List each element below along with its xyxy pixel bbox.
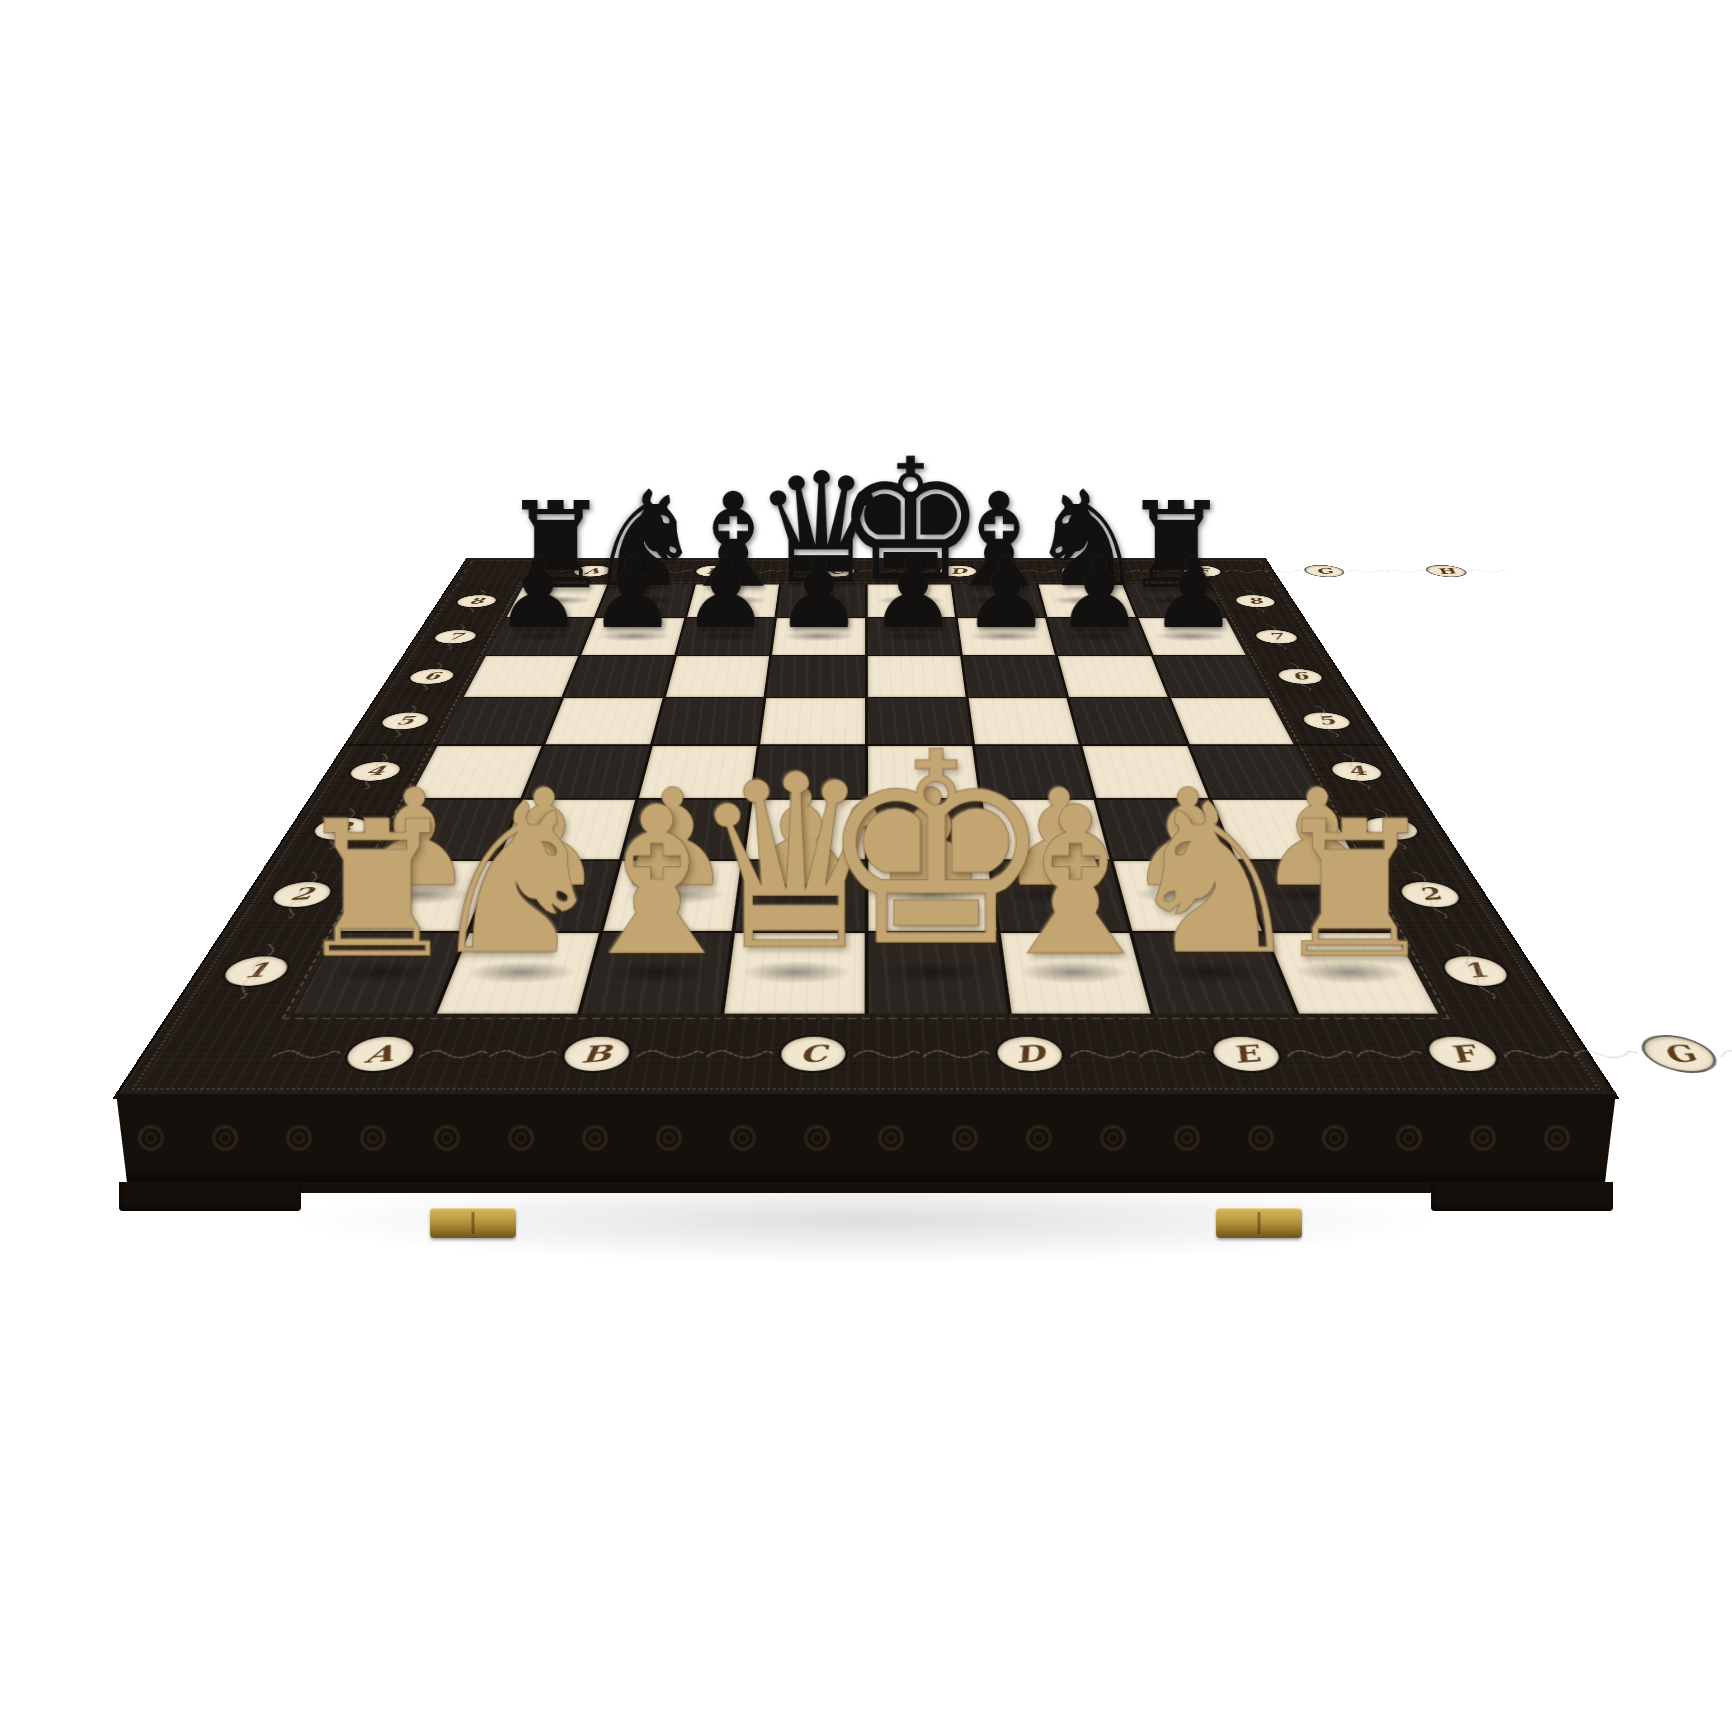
- label-disc: G: [1302, 566, 1346, 577]
- square-b5[interactable]: [546, 698, 663, 744]
- label-disc: C: [818, 566, 854, 577]
- square-h6[interactable]: [1154, 656, 1269, 697]
- square-c2[interactable]: [603, 861, 741, 930]
- etched-scroll-ornament: [1351, 1047, 1427, 1061]
- queen-glyph: ♛: [753, 453, 890, 606]
- etched-scroll-ornament: [980, 569, 1020, 573]
- file-label-front-a: A: [254, 1022, 499, 1087]
- etched-scroll-ornament: [530, 569, 571, 573]
- square-a3[interactable]: [377, 800, 521, 860]
- brass-clasp-left[interactable]: [430, 1208, 516, 1238]
- square-e5[interactable]: [867, 698, 971, 744]
- square-f1[interactable]: [1000, 933, 1151, 1014]
- etched-scroll-ornament: [858, 569, 897, 573]
- file-labels-front: ABCDEFGH: [254, 1022, 1477, 1087]
- rank-label-right-4: 4: [1305, 745, 1411, 799]
- square-b2[interactable]: [471, 861, 618, 930]
- square-c1[interactable]: [581, 933, 732, 1014]
- etched-scroll-ornament: [634, 1047, 706, 1061]
- etched-scroll-ornament: [613, 569, 654, 573]
- square-b6[interactable]: [565, 656, 674, 697]
- square-g5[interactable]: [1070, 698, 1187, 744]
- square-b1[interactable]: [437, 933, 598, 1014]
- square-c4[interactable]: [639, 746, 757, 798]
- square-d4[interactable]: [753, 746, 864, 798]
- etched-scroll-ornament: [417, 1047, 491, 1061]
- board-perspective-scene: ABCDEFGH ABCDEFGH 87654321 87654321 ♜♞♝♛…: [0, 0, 1732, 1732]
- square-b3[interactable]: [499, 800, 635, 860]
- rank-label-right-7: 7: [1235, 618, 1320, 656]
- square-b7[interactable]: [582, 618, 685, 655]
- file-labels-back: ABCDEFGH: [526, 561, 1207, 582]
- square-a8[interactable]: [506, 585, 607, 618]
- file-label-back-d: D: [897, 561, 1022, 582]
- file-label-back-a: A: [526, 561, 657, 582]
- square-a2[interactable]: [338, 861, 495, 930]
- label-disc: A: [572, 566, 613, 577]
- rank-label-right-6: 6: [1256, 656, 1347, 698]
- etched-scroll-ornament: [486, 1047, 560, 1061]
- piece-black-queen-d8[interactable]: ♛: [760, 453, 884, 606]
- square-f3[interactable]: [982, 800, 1110, 860]
- file-label-back-g: G: [1257, 561, 1394, 582]
- file-label-front-d: D: [920, 1022, 1146, 1087]
- label-disc: B: [695, 566, 734, 577]
- file-label-front-f: F: [1340, 1022, 1592, 1087]
- square-e4[interactable]: [868, 746, 979, 798]
- etched-scroll-ornament: [1223, 569, 1265, 573]
- square-d1[interactable]: [724, 933, 864, 1014]
- label-disc: E: [1209, 1037, 1285, 1071]
- etched-scroll-ornament: [1140, 569, 1181, 573]
- square-f6[interactable]: [963, 656, 1067, 697]
- label-disc: 4: [1327, 762, 1386, 781]
- square-a7[interactable]: [486, 618, 593, 655]
- label-disc: C: [780, 1037, 845, 1071]
- etched-scroll-ornament: [1383, 569, 1426, 573]
- rank-label-left-7: 7: [412, 618, 497, 656]
- label-disc: A: [341, 1037, 420, 1071]
- square-g8[interactable]: [1039, 585, 1136, 618]
- rank-label-left-5: 5: [355, 698, 453, 745]
- etched-scroll-ornament: [1136, 1047, 1209, 1061]
- label-disc: D: [996, 1037, 1065, 1071]
- rank-label-right-3: 3: [1335, 799, 1451, 860]
- square-d7[interactable]: [772, 618, 865, 655]
- etched-scroll-ornament: [704, 1047, 775, 1061]
- square-c6[interactable]: [666, 656, 770, 697]
- rank-label-right-8: 8: [1217, 585, 1296, 619]
- file-label-front-e: E: [1130, 1022, 1369, 1087]
- file-label-front-b: B: [477, 1022, 709, 1087]
- etched-scroll-ornament: [1712, 1047, 1732, 1061]
- square-f7[interactable]: [958, 618, 1056, 655]
- file-label-back-h: H: [1377, 561, 1518, 582]
- square-h8[interactable]: [1125, 585, 1226, 618]
- square-g6[interactable]: [1058, 656, 1167, 697]
- label-disc: F: [1181, 566, 1223, 577]
- rank-label-left-6: 6: [385, 656, 476, 698]
- label-disc: 4: [346, 762, 405, 781]
- square-h5[interactable]: [1171, 698, 1294, 744]
- etched-scroll-ornament: [897, 569, 936, 573]
- label-disc: 3: [309, 817, 373, 839]
- etched-scroll-ornament: [736, 569, 776, 573]
- label-disc: 1: [1438, 956, 1515, 985]
- square-f2[interactable]: [991, 861, 1129, 930]
- etched-scroll-ornament: [921, 1047, 991, 1061]
- photo-white-background: ABCDEFGH ABCDEFGH 87654321 87654321 ♜♞♝♛…: [0, 0, 1732, 1732]
- square-f8[interactable]: [953, 585, 1045, 618]
- square-a5[interactable]: [438, 698, 561, 744]
- square-h3[interactable]: [1212, 800, 1356, 860]
- brass-clasp-right[interactable]: [1216, 1208, 1302, 1238]
- label-disc: F: [1422, 1037, 1504, 1071]
- label-disc: E: [1061, 566, 1101, 577]
- square-h4[interactable]: [1190, 746, 1323, 798]
- etched-scroll-ornament: [1566, 1047, 1644, 1061]
- etched-scroll-ornament: [1019, 569, 1059, 573]
- label-disc: B: [560, 1037, 632, 1071]
- square-a4[interactable]: [410, 746, 543, 798]
- label-disc: 2: [1395, 882, 1465, 907]
- file-label-front-c: C: [700, 1022, 923, 1087]
- square-d6[interactable]: [767, 656, 865, 697]
- square-g7[interactable]: [1048, 618, 1151, 655]
- square-e2[interactable]: [868, 861, 997, 930]
- board-foot-right: [1431, 1182, 1613, 1211]
- board-front-edge: [116, 1092, 1616, 1184]
- square-f5[interactable]: [968, 698, 1079, 744]
- square-h7[interactable]: [1138, 618, 1245, 655]
- square-g4[interactable]: [1082, 746, 1207, 798]
- square-d3[interactable]: [745, 800, 864, 860]
- square-f4[interactable]: [975, 746, 1093, 798]
- etched-scroll-ornament: [1344, 569, 1387, 573]
- square-d5[interactable]: [760, 698, 864, 744]
- label-disc: G: [1635, 1037, 1724, 1071]
- rank-label-left-8: 8: [436, 585, 515, 619]
- etched-scroll-ornament: [1466, 569, 1509, 573]
- square-a1[interactable]: [294, 933, 466, 1014]
- square-d2[interactable]: [735, 861, 864, 930]
- square-e3[interactable]: [868, 800, 987, 860]
- square-e7[interactable]: [867, 618, 960, 655]
- square-b4[interactable]: [524, 746, 649, 798]
- square-c3[interactable]: [622, 800, 750, 860]
- etched-scroll-ornament: [653, 569, 693, 573]
- board-bottom-lip: [296, 1182, 1436, 1193]
- label-disc: 2: [267, 882, 337, 907]
- etched-scroll-ornament: [775, 569, 815, 573]
- square-h2[interactable]: [1237, 861, 1394, 930]
- square-c8[interactable]: [687, 585, 779, 618]
- file-label-back-b: B: [650, 561, 777, 582]
- square-c7[interactable]: [677, 618, 775, 655]
- label-disc: 3: [1359, 817, 1423, 839]
- label-disc: D: [940, 566, 978, 577]
- square-e8[interactable]: [867, 585, 955, 618]
- etched-scroll-ornament: [852, 1047, 922, 1061]
- square-h1[interactable]: [1266, 933, 1438, 1014]
- square-a6[interactable]: [464, 656, 579, 697]
- file-label-back-f: F: [1137, 561, 1270, 582]
- file-label-back-c: C: [774, 561, 898, 582]
- square-b8[interactable]: [597, 585, 694, 618]
- etched-scroll-ornament: [1282, 1047, 1357, 1061]
- square-g3[interactable]: [1097, 800, 1233, 860]
- etched-scroll-ornament: [1101, 569, 1142, 573]
- etched-scroll-ornament: [1262, 569, 1304, 573]
- label-disc: H: [1423, 566, 1469, 577]
- rank-label-left-4: 4: [321, 745, 427, 799]
- label-disc: 1: [218, 956, 295, 985]
- board-foot-left: [119, 1182, 301, 1211]
- rank-label-right-5: 5: [1279, 698, 1377, 745]
- square-g2[interactable]: [1114, 861, 1261, 930]
- square-e6[interactable]: [867, 656, 965, 697]
- square-e1[interactable]: [868, 933, 1008, 1014]
- chess-board: ABCDEFGH ABCDEFGH 87654321 87654321 ♜♞♝♛…: [117, 558, 1616, 1097]
- file-label-back-e: E: [1017, 561, 1146, 582]
- etched-scroll-ornament: [269, 1047, 345, 1061]
- square-c5[interactable]: [653, 698, 764, 744]
- square-d8[interactable]: [777, 585, 865, 618]
- etched-scroll-ornament: [1067, 1047, 1139, 1061]
- etched-scroll-ornament: [1497, 1047, 1575, 1061]
